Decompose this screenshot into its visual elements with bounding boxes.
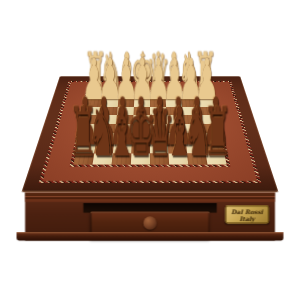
- burl-border: ♜♞♝♚♛♝♞♜♟♟♟♟♟♟♟♟♟♟♟♟♟♟♟♟♜♞♝♚♛♝♞♜: [39, 81, 262, 183]
- plaque-brand-text: Dal Rossi: [231, 207, 263, 214]
- board-frame: ♜♞♝♚♛♝♞♜♟♟♟♟♟♟♟♟♟♟♟♟♟♟♟♟♜♞♝♚♛♝♞♜: [21, 76, 278, 192]
- chess-box: ♜♞♝♚♛♝♞♜♟♟♟♟♟♟♟♟♟♟♟♟♟♟♟♟♜♞♝♚♛♝♞♜ Dal Ros…: [21, 76, 278, 192]
- chess-board: ♜♞♝♚♛♝♞♜♟♟♟♟♟♟♟♟♟♟♟♟♟♟♟♟♜♞♝♚♛♝♞♜: [70, 90, 231, 166]
- box-front: Dal Rossi Italy: [25, 192, 275, 241]
- front-molding: [25, 192, 275, 202]
- drawer-knob[interactable]: [143, 216, 156, 229]
- base-molding: [17, 232, 284, 240]
- plaque-origin-text: Italy: [239, 215, 254, 222]
- scene: ♜♞♝♚♛♝♞♜♟♟♟♟♟♟♟♟♟♟♟♟♟♟♟♟♜♞♝♚♛♝♞♜ Dal Ros…: [0, 0, 300, 300]
- square-a8[interactable]: ♜: [206, 154, 227, 165]
- piece-black-rook[interactable]: ♜: [203, 98, 232, 166]
- wooden-chess-set-photo: ♜♞♝♚♛♝♞♜♟♟♟♟♟♟♟♟♟♟♟♟♟♟♟♟♜♞♝♚♛♝♞♜ Dal Ros…: [0, 0, 300, 300]
- brand-plaque: Dal Rossi Italy: [225, 205, 269, 223]
